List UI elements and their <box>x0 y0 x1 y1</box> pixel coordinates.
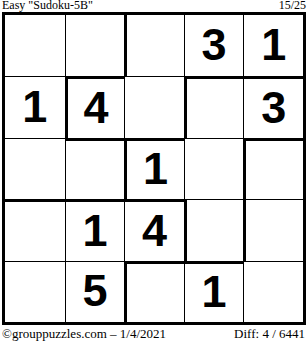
given-digit: 1 <box>202 269 227 314</box>
cell-r1c1-region-A[interactable] <box>5 15 65 76</box>
cell-r4c3-region-E[interactable]: 4 <box>124 199 184 260</box>
cell-r5c3-region-D[interactable] <box>124 261 184 322</box>
cell-r4c2-region-E[interactable]: 1 <box>65 199 125 260</box>
given-digit: 1 <box>22 84 47 129</box>
cell-r4c1-region-E[interactable] <box>5 199 65 260</box>
cell-r5c1-region-E[interactable] <box>5 261 65 322</box>
cell-r3c3-region-C[interactable]: 1 <box>124 138 184 199</box>
footer: ©grouppuzzles.com – 1/4/2021 Diff: 4 / 6… <box>2 327 305 341</box>
sudoku-grid: 3114311451 <box>2 12 306 325</box>
given-digit: 1 <box>143 146 168 191</box>
cell-r1c5-region-B[interactable]: 1 <box>243 15 303 76</box>
cell-r2c2-region-B[interactable]: 4 <box>65 76 125 137</box>
given-digit: 4 <box>83 85 108 130</box>
header: Easy "Sudoku-5B" 15/25 <box>2 0 306 11</box>
copyright-text: ©grouppuzzles.com – 1/4/2021 <box>2 327 166 341</box>
cell-r4c5-region-D[interactable] <box>243 199 303 260</box>
cell-r2c4-region-C[interactable] <box>184 76 244 137</box>
cell-r2c1-region-A[interactable]: 1 <box>5 76 65 137</box>
puzzle-title: Easy "Sudoku-5B" <box>2 0 93 11</box>
cell-r3c2-region-A[interactable] <box>65 138 125 199</box>
given-digit: 3 <box>261 85 286 130</box>
given-digit: 3 <box>202 22 227 67</box>
cell-r3c5-region-D[interactable] <box>243 138 303 199</box>
puzzle-page: Easy "Sudoku-5B" 15/25 3114311451 ©group… <box>0 0 308 343</box>
given-digit: 4 <box>142 208 167 253</box>
difficulty-text: Diff: 4 / 6441 <box>234 327 305 341</box>
cell-r5c2-region-E[interactable]: 5 <box>65 261 125 322</box>
cell-r5c4-region-D[interactable]: 1 <box>184 261 244 322</box>
cell-r3c1-region-A[interactable] <box>5 138 65 199</box>
given-digit: 1 <box>82 208 107 253</box>
cell-r3c4-region-C[interactable] <box>184 138 244 199</box>
cell-r1c3-region-B[interactable] <box>124 15 184 76</box>
cell-r2c3-region-B[interactable] <box>124 76 184 137</box>
cell-r1c2-region-A[interactable] <box>65 15 125 76</box>
cell-r5c5-region-D[interactable] <box>243 261 303 322</box>
given-digit: 1 <box>261 22 286 67</box>
cell-r4c4-region-C[interactable] <box>184 199 244 260</box>
cell-r2c5-region-C[interactable]: 3 <box>243 76 303 137</box>
given-digit: 5 <box>82 268 107 313</box>
cell-r1c4-region-B[interactable]: 3 <box>184 15 244 76</box>
puzzle-counter: 15/25 <box>279 0 306 11</box>
